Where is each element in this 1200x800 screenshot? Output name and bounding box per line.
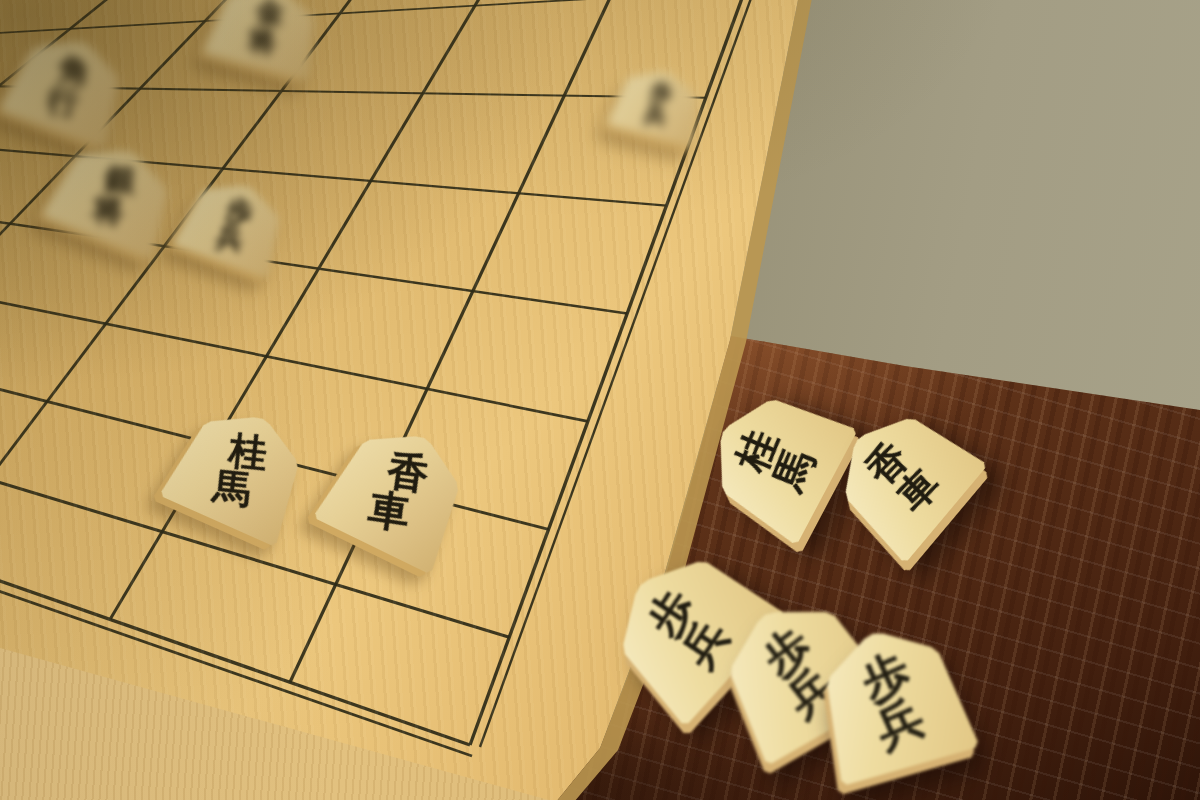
piece-kanji: 将 — [91, 192, 125, 228]
piece-face: 桂馬 — [160, 393, 321, 547]
pieces-layer: 金将角行銀将歩兵歩兵桂馬香車桂馬香車歩兵歩兵歩兵 — [0, 0, 1200, 800]
piece-kanji: 兵 — [214, 222, 244, 254]
piece-kanji: 兵 — [643, 103, 667, 129]
piece-face: 銀将 — [42, 130, 186, 260]
piece-face: 角行 — [0, 24, 136, 149]
piece-lance-tray[interactable]: 香車 — [816, 391, 987, 564]
piece-knight-tray[interactable]: 桂馬 — [692, 375, 857, 545]
piece-gold-top-edge[interactable]: 金将 — [203, 0, 329, 81]
piece-kanji: 将 — [247, 26, 277, 57]
piece-kanji: 車 — [365, 487, 412, 535]
piece-face: 歩兵 — [173, 169, 294, 278]
piece-pawn-upper-right[interactable]: 歩兵 — [607, 61, 709, 148]
piece-kanji: 行 — [45, 83, 79, 119]
piece-knight-board[interactable]: 桂馬 — [160, 393, 321, 547]
piece-face: 香車 — [816, 391, 987, 564]
piece-bishop-top-left[interactable]: 角行 — [0, 24, 136, 149]
piece-lance-board[interactable]: 香車 — [313, 410, 482, 575]
piece-pawn-board[interactable]: 歩兵 — [173, 169, 294, 278]
piece-face: 香車 — [313, 410, 482, 575]
piece-face: 桂馬 — [692, 375, 857, 545]
piece-face: 金将 — [203, 0, 329, 81]
piece-face: 歩兵 — [607, 61, 709, 148]
piece-kanji: 馬 — [211, 466, 253, 510]
shogi-photo-scene: 金将角行銀将歩兵歩兵桂馬香車桂馬香車歩兵歩兵歩兵 — [0, 0, 1200, 800]
piece-silver-mid-left[interactable]: 銀将 — [42, 130, 186, 260]
